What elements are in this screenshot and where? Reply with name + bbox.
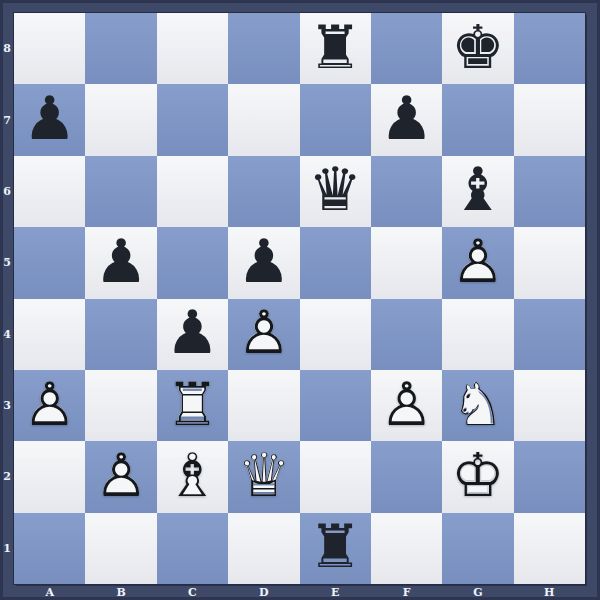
square-a7[interactable]: ♟ [14,84,85,155]
white-pawn[interactable]: ♟♙ [228,299,299,370]
piece-glyph-outline: ♙ [23,374,77,434]
square-b4[interactable] [85,299,156,370]
square-f5[interactable] [371,227,442,298]
square-d7[interactable] [228,84,299,155]
square-g2[interactable]: ♚♔ [442,441,513,512]
square-f2[interactable] [371,441,442,512]
piece-glyph-outline: ♙ [380,374,434,434]
square-h5[interactable] [514,227,585,298]
square-e1[interactable]: ♜ [300,513,371,584]
piece-glyph-fill: ♟ [237,231,291,291]
black-pawn[interactable]: ♟ [157,299,228,370]
black-pawn[interactable]: ♟ [228,227,299,298]
white-pawn[interactable]: ♟♙ [14,370,85,441]
file-label-c: C [157,584,228,600]
rank-label-4: 4 [0,299,14,370]
rank-label-5: 5 [0,227,14,298]
square-a8[interactable] [14,13,85,84]
square-b8[interactable] [85,13,156,84]
piece-glyph-outline: ♔ [451,445,505,505]
square-g6[interactable]: ♝ [442,156,513,227]
rank-label-1: 1 [0,513,14,584]
rank-label-7: 7 [0,84,14,155]
black-queen[interactable]: ♛ [300,156,371,227]
square-d2[interactable]: ♛♕ [228,441,299,512]
square-a5[interactable] [14,227,85,298]
square-e3[interactable] [300,370,371,441]
white-rook[interactable]: ♜♖ [157,370,228,441]
file-label-h: H [514,584,585,600]
square-f3[interactable]: ♟♙ [371,370,442,441]
white-knight[interactable]: ♞♘ [442,370,513,441]
piece-glyph-fill: ♟ [166,302,220,362]
square-h8[interactable] [514,13,585,84]
square-e7[interactable] [300,84,371,155]
square-f1[interactable] [371,513,442,584]
chess-board: ♜♚♟♟♛♝♟♟♟♙♟♟♙♟♙♜♖♟♙♞♘♟♙♝♗♛♕♚♔♜ [14,13,585,584]
black-rook[interactable]: ♜ [300,513,371,584]
square-h6[interactable] [514,156,585,227]
black-pawn[interactable]: ♟ [85,227,156,298]
white-king[interactable]: ♚♔ [442,441,513,512]
square-h7[interactable] [514,84,585,155]
square-c3[interactable]: ♜♖ [157,370,228,441]
rank-label-2: 2 [0,441,14,512]
square-c4[interactable]: ♟ [157,299,228,370]
square-a1[interactable] [14,513,85,584]
square-f7[interactable]: ♟ [371,84,442,155]
square-b1[interactable] [85,513,156,584]
square-e2[interactable] [300,441,371,512]
square-a3[interactable]: ♟♙ [14,370,85,441]
file-label-e: E [300,584,371,600]
piece-glyph-outline: ♖ [166,374,220,434]
square-h4[interactable] [514,299,585,370]
square-b2[interactable]: ♟♙ [85,441,156,512]
piece-glyph-outline: ♙ [237,302,291,362]
piece-glyph-fill: ♜ [308,516,362,576]
square-g4[interactable] [442,299,513,370]
piece-glyph-outline: ♘ [451,374,505,434]
square-b5[interactable]: ♟ [85,227,156,298]
square-a6[interactable] [14,156,85,227]
black-king[interactable]: ♚ [442,13,513,84]
square-h3[interactable] [514,370,585,441]
piece-glyph-outline: ♙ [94,445,148,505]
square-f4[interactable] [371,299,442,370]
black-bishop[interactable]: ♝ [442,156,513,227]
square-d6[interactable] [228,156,299,227]
rank-label-8: 8 [0,13,14,84]
piece-glyph-fill: ♚ [451,17,505,77]
square-h2[interactable] [514,441,585,512]
square-g8[interactable]: ♚ [442,13,513,84]
piece-glyph-fill: ♟ [380,88,434,148]
rank-label-3: 3 [0,370,14,441]
square-b3[interactable] [85,370,156,441]
square-g3[interactable]: ♞♘ [442,370,513,441]
square-b6[interactable] [85,156,156,227]
square-g7[interactable] [442,84,513,155]
white-bishop[interactable]: ♝♗ [157,441,228,512]
black-pawn[interactable]: ♟ [14,84,85,155]
piece-glyph-outline: ♕ [237,445,291,505]
square-c5[interactable] [157,227,228,298]
square-f6[interactable] [371,156,442,227]
square-a4[interactable] [14,299,85,370]
square-a2[interactable] [14,441,85,512]
square-c2[interactable]: ♝♗ [157,441,228,512]
square-d3[interactable] [228,370,299,441]
rank-labels: 87654321 [0,13,14,584]
white-queen[interactable]: ♛♕ [228,441,299,512]
square-c8[interactable] [157,13,228,84]
square-c1[interactable] [157,513,228,584]
piece-glyph-outline: ♗ [166,445,220,505]
black-pawn[interactable]: ♟ [371,84,442,155]
white-pawn[interactable]: ♟♙ [85,441,156,512]
square-e4[interactable] [300,299,371,370]
square-f8[interactable] [371,13,442,84]
piece-glyph-fill: ♛ [308,159,362,219]
piece-glyph-fill: ♟ [23,88,77,148]
square-e6[interactable]: ♛ [300,156,371,227]
white-pawn[interactable]: ♟♙ [371,370,442,441]
piece-glyph-fill: ♜ [308,17,362,77]
square-g1[interactable] [442,513,513,584]
file-label-f: F [371,584,442,600]
square-h1[interactable] [514,513,585,584]
file-labels: ABCDEFGH [14,584,585,600]
file-label-a: A [14,584,85,600]
piece-glyph-fill: ♝ [451,159,505,219]
piece-glyph-outline: ♙ [451,231,505,291]
square-d4[interactable]: ♟♙ [228,299,299,370]
piece-glyph-fill: ♟ [94,231,148,291]
board-frame: 87654321 ABCDEFGH ♜♚♟♟♛♝♟♟♟♙♟♟♙♟♙♜♖♟♙♞♘♟… [0,0,600,600]
rank-label-6: 6 [0,156,14,227]
square-d1[interactable] [228,513,299,584]
square-e5[interactable] [300,227,371,298]
black-rook[interactable]: ♜ [300,13,371,84]
square-b7[interactable] [85,84,156,155]
square-e8[interactable]: ♜ [300,13,371,84]
file-label-g: G [442,584,513,600]
file-label-d: D [228,584,299,600]
square-g5[interactable]: ♟♙ [442,227,513,298]
file-label-b: B [85,584,156,600]
square-d8[interactable] [228,13,299,84]
square-d5[interactable]: ♟ [228,227,299,298]
square-c6[interactable] [157,156,228,227]
square-c7[interactable] [157,84,228,155]
white-pawn[interactable]: ♟♙ [442,227,513,298]
